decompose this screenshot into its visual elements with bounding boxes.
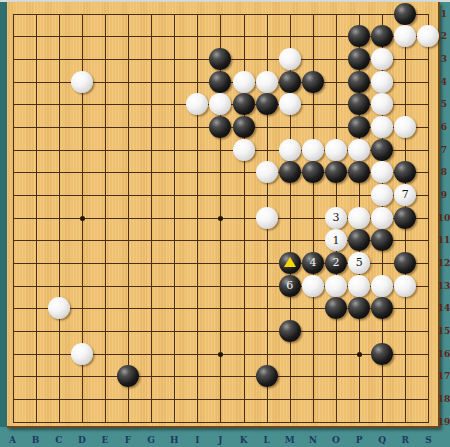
go-board[interactable]: 7314256 <box>7 2 440 428</box>
row-label-15: 15 <box>438 326 450 336</box>
row-label-4: 4 <box>441 77 447 87</box>
stone-P3 <box>348 48 370 70</box>
column-label-G: G <box>147 435 155 445</box>
row-label-19: 19 <box>438 417 450 427</box>
column-label-A: A <box>9 435 16 445</box>
move-number-label: 5 <box>356 257 363 268</box>
stone-K5 <box>233 93 255 115</box>
grid-line-horizontal <box>13 422 430 423</box>
go-app-window: 7314256 ABCDEFGHIJKLMNOPQRS1234567891011… <box>0 0 450 447</box>
star-point <box>80 216 85 221</box>
column-label-J: J <box>218 435 222 445</box>
stone-Q11 <box>371 229 393 251</box>
column-label-S: S <box>425 435 432 445</box>
stone-N8 <box>302 161 324 183</box>
stone-O13 <box>325 275 347 297</box>
stone-O14 <box>325 297 347 319</box>
move-number-label: 6 <box>286 280 293 291</box>
star-point <box>357 352 362 357</box>
stone-R13 <box>394 275 416 297</box>
row-label-11: 11 <box>438 235 450 245</box>
stone-J6 <box>209 116 231 138</box>
row-label-6: 6 <box>441 122 447 132</box>
column-label-H: H <box>170 435 179 445</box>
row-label-12: 12 <box>438 258 450 268</box>
stone-Q7 <box>371 139 393 161</box>
stone-M7 <box>279 139 301 161</box>
stone-K7 <box>233 139 255 161</box>
stone-J4 <box>209 71 231 93</box>
star-point <box>218 352 223 357</box>
row-label-10: 10 <box>438 213 450 223</box>
row-label-8: 8 <box>441 167 447 177</box>
stone-P4 <box>348 71 370 93</box>
stone-S2 <box>417 25 439 47</box>
row-label-16: 16 <box>438 349 450 359</box>
row-label-7: 7 <box>441 145 447 155</box>
star-point <box>218 216 223 221</box>
stone-L8 <box>256 161 278 183</box>
stone-L5 <box>256 93 278 115</box>
stone-P13 <box>348 275 370 297</box>
column-label-N: N <box>309 435 317 445</box>
stone-Q6 <box>371 116 393 138</box>
stone-Q16 <box>371 343 393 365</box>
stone-P7 <box>348 139 370 161</box>
stone-L17 <box>256 365 278 387</box>
stone-P12: 5 <box>348 252 370 274</box>
stone-F17 <box>117 365 139 387</box>
stone-L4 <box>256 71 278 93</box>
stone-Q13 <box>371 275 393 297</box>
stone-Q10 <box>371 207 393 229</box>
stone-P11 <box>348 229 370 251</box>
column-label-L: L <box>264 435 270 445</box>
stone-M15 <box>279 320 301 342</box>
column-label-D: D <box>78 435 86 445</box>
stone-D4 <box>71 71 93 93</box>
stone-O7 <box>325 139 347 161</box>
stone-K6 <box>233 116 255 138</box>
stone-R10 <box>394 207 416 229</box>
column-label-B: B <box>32 435 40 445</box>
stone-N12: 4 <box>302 252 324 274</box>
stone-Q9 <box>371 184 393 206</box>
row-label-14: 14 <box>438 303 450 313</box>
stone-P8 <box>348 161 370 183</box>
move-number-label: 7 <box>402 189 409 200</box>
stone-J3 <box>209 48 231 70</box>
row-label-13: 13 <box>438 281 450 291</box>
stone-J5 <box>209 93 231 115</box>
stone-O8 <box>325 161 347 183</box>
stone-R8 <box>394 161 416 183</box>
grid-line-horizontal <box>13 376 430 377</box>
stone-M13: 6 <box>279 275 301 297</box>
column-label-I: I <box>195 435 199 445</box>
stone-P2 <box>348 25 370 47</box>
grid-line-horizontal <box>13 399 430 400</box>
stone-M5 <box>279 93 301 115</box>
row-label-9: 9 <box>441 190 447 200</box>
row-label-18: 18 <box>438 394 450 404</box>
stone-Q14 <box>371 297 393 319</box>
grid-line-horizontal <box>13 331 430 332</box>
column-label-C: C <box>55 435 62 445</box>
stone-P14 <box>348 297 370 319</box>
stone-N13 <box>302 275 324 297</box>
stone-O11: 1 <box>325 229 347 251</box>
stone-Q3 <box>371 48 393 70</box>
stone-R9: 7 <box>394 184 416 206</box>
row-label-1: 1 <box>441 9 447 19</box>
stone-R1 <box>394 3 416 25</box>
stone-D16 <box>71 343 93 365</box>
row-label-17: 17 <box>438 371 450 381</box>
column-label-M: M <box>285 435 295 445</box>
move-number-label: 4 <box>309 257 316 268</box>
triangle-marker-icon <box>284 257 296 267</box>
column-label-E: E <box>102 435 109 445</box>
row-label-3: 3 <box>441 54 447 64</box>
stone-Q5 <box>371 93 393 115</box>
left-board-rail <box>0 0 7 427</box>
move-number-label: 1 <box>333 235 340 246</box>
stone-N4 <box>302 71 324 93</box>
stone-M8 <box>279 161 301 183</box>
column-label-R: R <box>402 435 409 445</box>
stone-R12 <box>394 252 416 274</box>
grid-line-vertical <box>428 14 429 423</box>
stone-Q4 <box>371 71 393 93</box>
stone-M4 <box>279 71 301 93</box>
stone-O10: 3 <box>325 207 347 229</box>
stone-C14 <box>48 297 70 319</box>
row-label-2: 2 <box>441 31 447 41</box>
stone-M12 <box>279 252 301 274</box>
stone-P5 <box>348 93 370 115</box>
stone-I5 <box>186 93 208 115</box>
move-number-label: 2 <box>333 257 340 268</box>
column-label-O: O <box>332 435 340 445</box>
row-label-5: 5 <box>441 99 447 109</box>
stone-L10 <box>256 207 278 229</box>
move-number-label: 3 <box>333 212 340 223</box>
stone-P10 <box>348 207 370 229</box>
stone-Q8 <box>371 161 393 183</box>
stone-N7 <box>302 139 324 161</box>
stone-Q2 <box>371 25 393 47</box>
stone-R2 <box>394 25 416 47</box>
stone-P6 <box>348 116 370 138</box>
stone-M3 <box>279 48 301 70</box>
column-label-K: K <box>240 435 248 445</box>
column-label-P: P <box>356 435 363 445</box>
column-label-Q: Q <box>378 435 386 445</box>
column-label-F: F <box>125 435 131 445</box>
stone-K4 <box>233 71 255 93</box>
stone-R6 <box>394 116 416 138</box>
stone-O12: 2 <box>325 252 347 274</box>
